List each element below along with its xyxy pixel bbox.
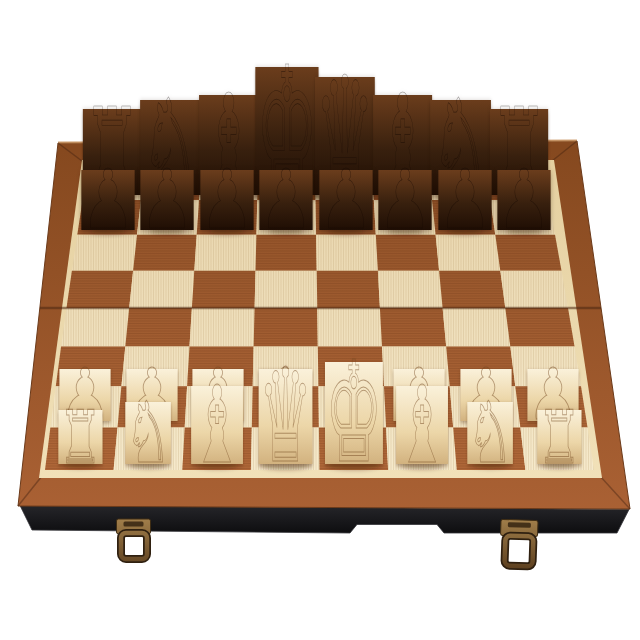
piece-layer: ♜♞♝♚♛♝♞♜♟♟♟♟♟♟♟♟♟♟♟♟♟♟♟♟♜♞♝♛♚♝♞♜: [0, 0, 640, 640]
piece-white-knight-b1[interactable]: ♞: [125, 402, 171, 464]
piece-white-rook-a1[interactable]: ♜: [58, 410, 102, 464]
piece-black-pawn-c7[interactable]: ♟: [200, 170, 253, 230]
piece-white-bishop-f1[interactable]: ♝: [396, 386, 448, 464]
piece-black-pawn-g7[interactable]: ♟: [438, 170, 491, 230]
piece-black-pawn-f7[interactable]: ♟: [379, 170, 432, 230]
piece-black-pawn-e7[interactable]: ♟: [319, 170, 372, 230]
product-photo-stage: ♜♞♝♚♛♝♞♜♟♟♟♟♟♟♟♟♟♟♟♟♟♟♟♟♜♞♝♛♚♝♞♜: [0, 0, 640, 640]
piece-white-queen-d1[interactable]: ♛: [258, 369, 312, 464]
piece-white-knight-g1[interactable]: ♞: [467, 402, 513, 464]
piece-black-pawn-b7[interactable]: ♟: [141, 170, 194, 230]
piece-black-pawn-d7[interactable]: ♟: [260, 170, 313, 230]
piece-white-bishop-c1[interactable]: ♝: [191, 386, 243, 464]
piece-black-pawn-h7[interactable]: ♟: [498, 170, 551, 230]
piece-white-rook-h1[interactable]: ♜: [537, 410, 581, 464]
piece-black-pawn-a7[interactable]: ♟: [81, 170, 134, 230]
piece-white-king-e1[interactable]: ♚: [325, 362, 383, 464]
